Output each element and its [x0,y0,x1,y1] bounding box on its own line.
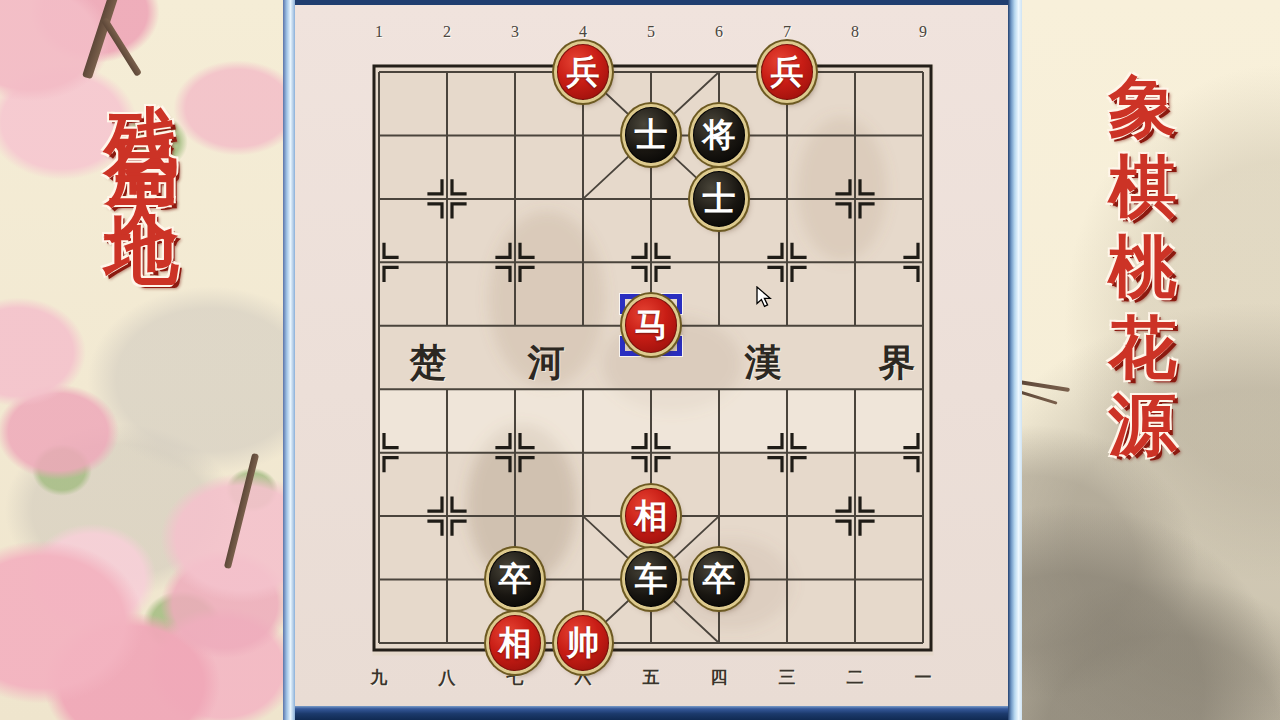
piece-character: 马 [635,308,668,342]
pieces-grid[interactable]: 兵兵士将士马相卒车卒相帅 [345,40,957,674]
piece-character: 帅 [567,626,600,660]
left-calligraphy-title: 残局天地 [103,44,181,188]
piece-black-chariot[interactable]: 车 [625,551,677,607]
piece-character: 兵 [771,55,804,89]
column-label: 9 [919,23,927,41]
right-calligraphy-title: 象棋桃花源 [1107,18,1179,418]
piece-black-soldier[interactable]: 卒 [693,551,745,607]
piece-character: 士 [635,118,668,152]
piece-red-soldier[interactable]: 兵 [557,44,609,100]
piece-character: 相 [635,499,668,533]
column-label: 7 [783,23,791,41]
column-label: 3 [511,23,519,41]
mouse-cursor [756,286,773,309]
piece-character: 兵 [567,55,600,89]
piece-character: 士 [703,182,736,216]
piece-black-soldier[interactable]: 卒 [489,551,541,607]
window-border-right [1008,0,1022,720]
window-border-bottom [295,706,1008,720]
piece-red-soldier[interactable]: 兵 [761,44,813,100]
piece-red-elephant[interactable]: 相 [489,615,541,671]
column-label: 1 [375,23,383,41]
column-label: 5 [647,23,655,41]
window-border-left [283,0,295,720]
app-window: 残局天地 象棋桃花源 123456789 九八七六五四三二一 楚河漢界 兵兵士将… [0,0,1280,720]
window-border-top [295,0,1008,5]
pine-twig [1022,380,1070,392]
piece-character: 卒 [499,562,532,596]
piece-character: 卒 [703,562,736,596]
piece-red-general[interactable]: 帅 [557,615,609,671]
blossom-branch [224,453,259,569]
column-label: 8 [851,23,859,41]
piece-character: 相 [499,626,532,660]
piece-black-general[interactable]: 将 [693,107,745,163]
piece-character: 车 [635,562,668,596]
piece-character: 将 [703,118,736,152]
piece-black-advisor[interactable]: 士 [693,171,745,227]
piece-black-advisor[interactable]: 士 [625,107,677,163]
piece-red-elephant[interactable]: 相 [625,488,677,544]
column-label: 2 [443,23,451,41]
column-label: 6 [715,23,723,41]
pine-twig [1022,390,1058,405]
column-label: 4 [579,23,587,41]
